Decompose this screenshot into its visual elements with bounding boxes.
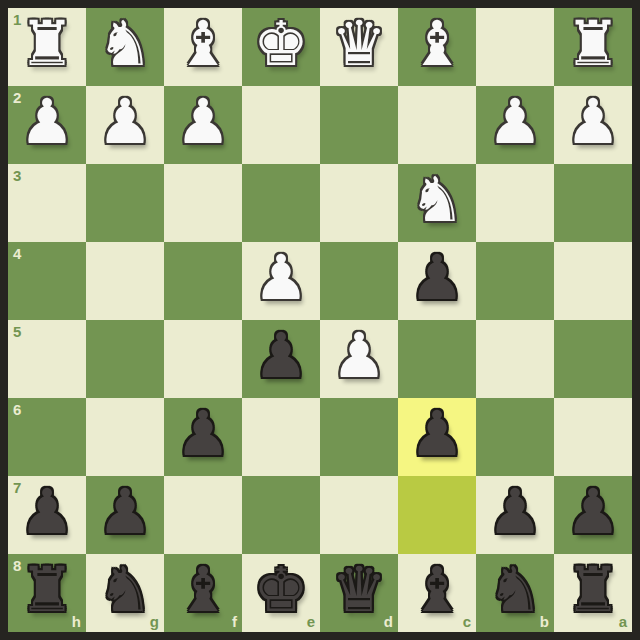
rank-label-5: 5 [13,324,21,339]
square-h2[interactable]: 2♟ [8,86,86,164]
square-a8[interactable]: a♜ [554,554,632,632]
rank-label-6: 6 [13,402,21,417]
square-f6[interactable]: ♟ [164,398,242,476]
piece-white-rook-h1[interactable]: ♜ [19,5,75,83]
rank-label-3: 3 [13,168,21,183]
piece-black-rook-a8[interactable]: ♜ [565,551,621,629]
square-f1[interactable]: ♝ [164,8,242,86]
square-h6[interactable]: 6 [8,398,86,476]
piece-white-pawn-d5[interactable]: ♟ [331,317,387,395]
square-a6[interactable] [554,398,632,476]
square-d1[interactable]: ♛ [320,8,398,86]
piece-white-bishop-f1[interactable]: ♝ [175,5,231,83]
piece-black-knight-b8[interactable]: ♞ [487,551,543,629]
square-h1[interactable]: 1♜ [8,8,86,86]
square-e4[interactable]: ♟ [242,242,320,320]
piece-black-pawn-c4[interactable]: ♟ [409,239,465,317]
square-d3[interactable] [320,164,398,242]
square-c5[interactable] [398,320,476,398]
piece-white-knight-g1[interactable]: ♞ [97,5,153,83]
piece-white-pawn-a2[interactable]: ♟ [565,83,621,161]
piece-white-king-e1[interactable]: ♚ [253,5,309,83]
square-e6[interactable] [242,398,320,476]
board-frame: 1♜♞♝♚♛♝♜2♟♟♟♟♟3♞4♟♟5♟♟6♟♟7♟♟♟♟8h♜g♞f♝e♚d… [0,0,640,640]
piece-white-rook-a1[interactable]: ♜ [565,5,621,83]
square-g5[interactable] [86,320,164,398]
square-g7[interactable]: ♟ [86,476,164,554]
piece-black-bishop-f8[interactable]: ♝ [175,551,231,629]
square-c7[interactable] [398,476,476,554]
piece-white-pawn-g2[interactable]: ♟ [97,83,153,161]
square-h7[interactable]: 7♟ [8,476,86,554]
square-b1[interactable] [476,8,554,86]
square-b6[interactable] [476,398,554,476]
square-h5[interactable]: 5 [8,320,86,398]
piece-black-bishop-c8[interactable]: ♝ [409,551,465,629]
square-e7[interactable] [242,476,320,554]
square-g4[interactable] [86,242,164,320]
square-d7[interactable] [320,476,398,554]
piece-black-rook-h8[interactable]: ♜ [19,551,75,629]
square-f7[interactable] [164,476,242,554]
piece-black-pawn-f6[interactable]: ♟ [175,395,231,473]
piece-white-queen-d1[interactable]: ♛ [331,5,387,83]
square-d6[interactable] [320,398,398,476]
square-c2[interactable] [398,86,476,164]
square-a4[interactable] [554,242,632,320]
piece-black-knight-g8[interactable]: ♞ [97,551,153,629]
square-e2[interactable] [242,86,320,164]
piece-black-pawn-h7[interactable]: ♟ [19,473,75,551]
piece-black-pawn-c6[interactable]: ♟ [409,395,465,473]
file-label-f: f [232,614,237,629]
square-h3[interactable]: 3 [8,164,86,242]
square-f2[interactable]: ♟ [164,86,242,164]
square-g6[interactable] [86,398,164,476]
square-e1[interactable]: ♚ [242,8,320,86]
square-g1[interactable]: ♞ [86,8,164,86]
square-b8[interactable]: b♞ [476,554,554,632]
square-f3[interactable] [164,164,242,242]
square-e8[interactable]: e♚ [242,554,320,632]
square-g3[interactable] [86,164,164,242]
square-d8[interactable]: d♛ [320,554,398,632]
piece-white-pawn-e4[interactable]: ♟ [253,239,309,317]
square-d2[interactable] [320,86,398,164]
square-c8[interactable]: c♝ [398,554,476,632]
square-h8[interactable]: 8h♜ [8,554,86,632]
piece-white-pawn-b2[interactable]: ♟ [487,83,543,161]
square-d4[interactable] [320,242,398,320]
square-e5[interactable]: ♟ [242,320,320,398]
square-h4[interactable]: 4 [8,242,86,320]
piece-white-pawn-f2[interactable]: ♟ [175,83,231,161]
piece-black-pawn-e5[interactable]: ♟ [253,317,309,395]
square-a5[interactable] [554,320,632,398]
piece-white-pawn-h2[interactable]: ♟ [19,83,75,161]
square-b5[interactable] [476,320,554,398]
square-g8[interactable]: g♞ [86,554,164,632]
square-f8[interactable]: f♝ [164,554,242,632]
square-b2[interactable]: ♟ [476,86,554,164]
square-b7[interactable]: ♟ [476,476,554,554]
square-c3[interactable]: ♞ [398,164,476,242]
square-c4[interactable]: ♟ [398,242,476,320]
square-f5[interactable] [164,320,242,398]
square-a7[interactable]: ♟ [554,476,632,554]
square-b4[interactable] [476,242,554,320]
square-a1[interactable]: ♜ [554,8,632,86]
piece-black-pawn-g7[interactable]: ♟ [97,473,153,551]
piece-white-bishop-c1[interactable]: ♝ [409,5,465,83]
square-g2[interactable]: ♟ [86,86,164,164]
piece-black-queen-d8[interactable]: ♛ [331,551,387,629]
square-b3[interactable] [476,164,554,242]
chess-board: 1♜♞♝♚♛♝♜2♟♟♟♟♟3♞4♟♟5♟♟6♟♟7♟♟♟♟8h♜g♞f♝e♚d… [8,8,632,632]
square-e3[interactable] [242,164,320,242]
square-d5[interactable]: ♟ [320,320,398,398]
piece-black-pawn-a7[interactable]: ♟ [565,473,621,551]
square-a2[interactable]: ♟ [554,86,632,164]
piece-white-knight-c3[interactable]: ♞ [409,161,465,239]
square-c6[interactable]: ♟ [398,398,476,476]
square-a3[interactable] [554,164,632,242]
piece-black-pawn-b7[interactable]: ♟ [487,473,543,551]
square-f4[interactable] [164,242,242,320]
rank-label-4: 4 [13,246,21,261]
square-c1[interactable]: ♝ [398,8,476,86]
piece-black-king-e8[interactable]: ♚ [253,551,309,629]
